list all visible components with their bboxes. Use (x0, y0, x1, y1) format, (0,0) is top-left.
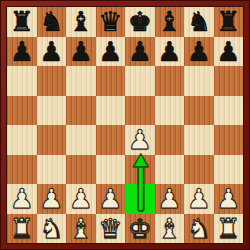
piece-black-knight[interactable]: ♞ (187, 7, 211, 36)
square-h8[interactable]: ♜ (214, 7, 244, 37)
piece-black-bishop[interactable]: ♝ (157, 7, 181, 36)
square-h2[interactable]: ♟ (214, 184, 244, 214)
square-f8[interactable]: ♝ (155, 7, 185, 37)
square-e7[interactable]: ♟ (125, 37, 155, 67)
square-b6[interactable] (37, 66, 67, 96)
piece-black-rook[interactable]: ♜ (10, 7, 34, 36)
square-f1[interactable]: ♝ (155, 214, 185, 244)
square-h4[interactable] (214, 125, 244, 155)
piece-white-rook[interactable]: ♜ (10, 214, 34, 243)
piece-white-pawn[interactable]: ♟ (187, 184, 211, 213)
square-d3[interactable] (96, 155, 126, 185)
piece-white-pawn[interactable]: ♟ (69, 184, 93, 213)
square-g3[interactable] (184, 155, 214, 185)
square-f3[interactable] (155, 155, 185, 185)
square-e2[interactable] (125, 184, 155, 214)
square-e5[interactable] (125, 96, 155, 126)
square-h6[interactable] (214, 66, 244, 96)
piece-white-knight[interactable]: ♞ (187, 214, 211, 243)
square-b5[interactable] (37, 96, 67, 126)
square-g2[interactable]: ♟ (184, 184, 214, 214)
square-d5[interactable] (96, 96, 126, 126)
piece-white-pawn[interactable]: ♟ (39, 184, 63, 213)
piece-white-king[interactable]: ♚ (128, 214, 152, 243)
square-a8[interactable]: ♜ (7, 7, 37, 37)
square-a6[interactable] (7, 66, 37, 96)
square-b8[interactable]: ♞ (37, 7, 67, 37)
square-d1[interactable]: ♛ (96, 214, 126, 244)
square-d4[interactable] (96, 125, 126, 155)
square-e1[interactable]: ♚ (125, 214, 155, 244)
square-c3[interactable] (66, 155, 96, 185)
square-a5[interactable] (7, 96, 37, 126)
square-c5[interactable] (66, 96, 96, 126)
piece-white-pawn[interactable]: ♟ (128, 125, 152, 154)
square-d2[interactable]: ♟ (96, 184, 126, 214)
square-d6[interactable] (96, 66, 126, 96)
square-d8[interactable]: ♛ (96, 7, 126, 37)
square-a3[interactable] (7, 155, 37, 185)
piece-black-pawn[interactable]: ♟ (128, 37, 152, 66)
piece-white-pawn[interactable]: ♟ (157, 184, 181, 213)
square-a2[interactable]: ♟ (7, 184, 37, 214)
piece-black-pawn[interactable]: ♟ (157, 37, 181, 66)
square-h5[interactable] (214, 96, 244, 126)
piece-black-pawn[interactable]: ♟ (98, 37, 122, 66)
piece-black-bishop[interactable]: ♝ (69, 7, 93, 36)
piece-black-rook[interactable]: ♜ (216, 7, 240, 36)
piece-black-pawn[interactable]: ♟ (10, 37, 34, 66)
square-g6[interactable] (184, 66, 214, 96)
piece-white-bishop[interactable]: ♝ (69, 214, 93, 243)
square-c8[interactable]: ♝ (66, 7, 96, 37)
square-f4[interactable] (155, 125, 185, 155)
piece-white-pawn[interactable]: ♟ (10, 184, 34, 213)
square-g5[interactable] (184, 96, 214, 126)
piece-white-pawn[interactable]: ♟ (216, 184, 240, 213)
square-a1[interactable]: ♜ (7, 214, 37, 244)
square-a4[interactable] (7, 125, 37, 155)
square-g1[interactable]: ♞ (184, 214, 214, 244)
square-b7[interactable]: ♟ (37, 37, 67, 67)
piece-black-queen[interactable]: ♛ (98, 7, 122, 36)
board-frame: ♜♞♝♛♚♝♞♜♟♟♟♟♟♟♟♟♟♟♟♟♟♟♟♟♜♞♝♛♚♝♞♜ (0, 0, 250, 250)
square-c6[interactable] (66, 66, 96, 96)
square-a7[interactable]: ♟ (7, 37, 37, 67)
piece-black-knight[interactable]: ♞ (39, 7, 63, 36)
piece-white-bishop[interactable]: ♝ (157, 214, 181, 243)
square-b1[interactable]: ♞ (37, 214, 67, 244)
piece-white-pawn[interactable]: ♟ (98, 184, 122, 213)
square-g7[interactable]: ♟ (184, 37, 214, 67)
piece-white-queen[interactable]: ♛ (98, 214, 122, 243)
square-f6[interactable] (155, 66, 185, 96)
piece-black-king[interactable]: ♚ (128, 7, 152, 36)
square-h7[interactable]: ♟ (214, 37, 244, 67)
square-f2[interactable]: ♟ (155, 184, 185, 214)
square-c7[interactable]: ♟ (66, 37, 96, 67)
square-e4[interactable]: ♟ (125, 125, 155, 155)
square-e8[interactable]: ♚ (125, 7, 155, 37)
square-h3[interactable] (214, 155, 244, 185)
square-g8[interactable]: ♞ (184, 7, 214, 37)
piece-white-knight[interactable]: ♞ (39, 214, 63, 243)
square-h1[interactable]: ♜ (214, 214, 244, 244)
square-b3[interactable] (37, 155, 67, 185)
piece-black-pawn[interactable]: ♟ (69, 37, 93, 66)
piece-black-pawn[interactable]: ♟ (216, 37, 240, 66)
square-c4[interactable] (66, 125, 96, 155)
square-e3[interactable] (125, 155, 155, 185)
piece-black-pawn[interactable]: ♟ (39, 37, 63, 66)
square-e6[interactable] (125, 66, 155, 96)
square-b2[interactable]: ♟ (37, 184, 67, 214)
square-d7[interactable]: ♟ (96, 37, 126, 67)
square-f7[interactable]: ♟ (155, 37, 185, 67)
piece-white-rook[interactable]: ♜ (216, 214, 240, 243)
square-f5[interactable] (155, 96, 185, 126)
piece-black-pawn[interactable]: ♟ (187, 37, 211, 66)
square-c2[interactable]: ♟ (66, 184, 96, 214)
square-g4[interactable] (184, 125, 214, 155)
square-c1[interactable]: ♝ (66, 214, 96, 244)
chess-board: ♜♞♝♛♚♝♞♜♟♟♟♟♟♟♟♟♟♟♟♟♟♟♟♟♜♞♝♛♚♝♞♜ (6, 6, 244, 244)
square-b4[interactable] (37, 125, 67, 155)
